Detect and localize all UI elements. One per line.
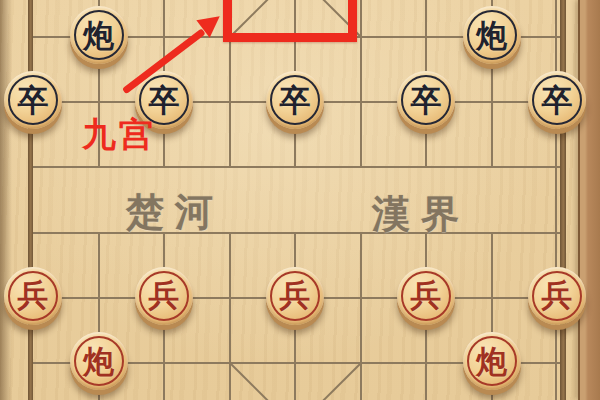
piece-black-soldier-i7[interactable]: 卒 — [528, 71, 586, 129]
piece-character: 兵 — [266, 267, 324, 325]
xiangqi-board: 楚河 漢界 炮炮卒卒卒卒卒兵兵兵兵兵炮炮 九宫 — [0, 0, 600, 400]
piece-character: 炮 — [463, 6, 521, 64]
piece-character: 卒 — [397, 71, 455, 129]
palace-highlight-rectangle — [223, 0, 357, 42]
piece-character: 兵 — [528, 267, 586, 325]
piece-character: 兵 — [135, 267, 193, 325]
piece-character: 卒 — [4, 71, 62, 129]
piece-red-soldier-g4[interactable]: 兵 — [397, 267, 455, 325]
piece-character: 卒 — [266, 71, 324, 129]
piece-character: 炮 — [70, 332, 128, 390]
piece-red-soldier-c4[interactable]: 兵 — [135, 267, 193, 325]
piece-character: 炮 — [463, 332, 521, 390]
piece-black-soldier-a7[interactable]: 卒 — [4, 71, 62, 129]
piece-black-cannon-h8[interactable]: 炮 — [463, 6, 521, 64]
piece-red-soldier-e4[interactable]: 兵 — [266, 267, 324, 325]
piece-character: 兵 — [4, 267, 62, 325]
piece-character: 卒 — [528, 71, 586, 129]
piece-red-soldier-i4[interactable]: 兵 — [528, 267, 586, 325]
piece-black-soldier-e7[interactable]: 卒 — [266, 71, 324, 129]
pieces-layer: 炮炮卒卒卒卒卒兵兵兵兵兵炮炮 — [0, 0, 600, 400]
piece-black-soldier-g7[interactable]: 卒 — [397, 71, 455, 129]
piece-character: 兵 — [397, 267, 455, 325]
piece-red-cannon-b3[interactable]: 炮 — [70, 332, 128, 390]
piece-red-cannon-h3[interactable]: 炮 — [463, 332, 521, 390]
piece-red-soldier-a4[interactable]: 兵 — [4, 267, 62, 325]
piece-character: 炮 — [70, 6, 128, 64]
piece-black-cannon-b8[interactable]: 炮 — [70, 6, 128, 64]
palace-annotation-label: 九宫 — [82, 112, 156, 158]
